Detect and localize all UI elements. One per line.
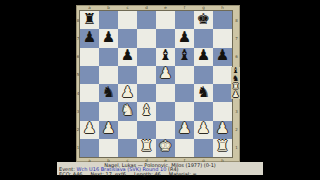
square-f7: ♟ [175, 29, 194, 47]
square-g5 [194, 66, 213, 84]
square-e6: ♝ [156, 48, 175, 66]
square-d6 [137, 48, 156, 66]
square-e1: ♚ [156, 139, 175, 157]
black-pawn: ♟ [178, 30, 191, 45]
square-b3 [99, 102, 118, 120]
square-c4: ♟ [118, 84, 137, 102]
white-pawn: ♟ [83, 121, 96, 136]
black-pawn: ♟ [102, 30, 115, 45]
rank-label-8: 8 [233, 11, 240, 29]
square-f4 [175, 84, 194, 102]
stat-next: Next: 17. exf6 [91, 172, 126, 176]
board-frame: abcdefgh 87654321 87654321 ♜♚♟♟♟♟♝♝♟♟♟♞♟… [76, 5, 240, 162]
square-d2 [137, 121, 156, 139]
square-d7 [137, 29, 156, 47]
square-d5 [137, 66, 156, 84]
square-b2: ♟ [99, 121, 118, 139]
square-h5 [213, 66, 232, 84]
black-king: ♚ [197, 12, 210, 27]
black-pawn: ♟ [121, 48, 134, 63]
white-pawn: ♟ [216, 121, 229, 136]
white-pawn: ♟ [121, 85, 134, 100]
square-a7: ♟ [80, 29, 99, 47]
white-knight: ♞ [121, 103, 134, 118]
square-e7 [156, 29, 175, 47]
square-a3 [80, 102, 99, 120]
square-h4 [213, 84, 232, 102]
stats-line: ECO: A46Next: 17. exf6Length: 46Material… [57, 172, 263, 176]
square-a5 [80, 66, 99, 84]
square-a6 [80, 48, 99, 66]
square-c3: ♞ [118, 102, 137, 120]
white-pawn: ♟ [102, 121, 115, 136]
square-e2 [156, 121, 175, 139]
white-rook: ♜ [140, 139, 153, 154]
square-f6: ♝ [175, 48, 194, 66]
square-g4: ♞ [194, 84, 213, 102]
rank-label-6: 6 [233, 48, 240, 66]
square-b1 [99, 139, 118, 157]
square-e8 [156, 11, 175, 29]
stat-eco: ECO: A46 [59, 172, 83, 176]
white-pawn-icon: ♟ [232, 91, 239, 99]
material-tray: ♝♞♜♟ [231, 67, 240, 99]
black-bishop: ♝ [159, 48, 172, 63]
black-pawn: ♟ [197, 48, 210, 63]
square-a2: ♟ [80, 121, 99, 139]
square-d3: ♝ [137, 102, 156, 120]
square-c6: ♟ [118, 48, 137, 66]
square-g7 [194, 29, 213, 47]
square-c7 [118, 29, 137, 47]
square-h3 [213, 102, 232, 120]
square-g2: ♟ [194, 121, 213, 139]
square-e3 [156, 102, 175, 120]
white-rook: ♜ [216, 139, 229, 154]
stat-length: Length: 46 [134, 172, 161, 176]
white-pawn: ♟ [197, 121, 210, 136]
rank-label-1: 1 [233, 139, 240, 157]
square-f2: ♟ [175, 121, 194, 139]
square-c2 [118, 121, 137, 139]
square-c1 [118, 139, 137, 157]
square-f8 [175, 11, 194, 29]
square-d8 [137, 11, 156, 29]
square-b5 [99, 66, 118, 84]
square-g1 [194, 139, 213, 157]
square-g6: ♟ [194, 48, 213, 66]
square-b4: ♞ [99, 84, 118, 102]
square-f3 [175, 102, 194, 120]
square-c8 [118, 11, 137, 29]
square-h8 [213, 11, 232, 29]
square-b8 [99, 11, 118, 29]
black-bishop: ♝ [178, 48, 191, 63]
square-h1: ♜ [213, 139, 232, 157]
square-a8: ♜ [80, 11, 99, 29]
black-knight: ♞ [102, 85, 115, 100]
chess-board: ♜♚♟♟♟♟♝♝♟♟♟♞♟♞♞♝♟♟♟♟♟♜♚♜ [80, 11, 232, 157]
rank-label-7: 7 [233, 29, 240, 47]
square-b6 [99, 48, 118, 66]
white-king: ♚ [159, 139, 172, 154]
square-d1: ♜ [137, 139, 156, 157]
square-e4 [156, 84, 175, 102]
square-a4 [80, 84, 99, 102]
square-g8: ♚ [194, 11, 213, 29]
square-g3 [194, 102, 213, 120]
square-d4 [137, 84, 156, 102]
black-rook: ♜ [83, 12, 96, 27]
square-a1 [80, 139, 99, 157]
white-pawn: ♟ [178, 121, 191, 136]
video-frame: abcdefgh 87654321 87654321 ♜♚♟♟♟♟♝♝♟♟♟♞♟… [0, 0, 320, 180]
square-f5 [175, 66, 194, 84]
black-pawn: ♟ [216, 48, 229, 63]
square-h6: ♟ [213, 48, 232, 66]
black-knight: ♞ [197, 85, 210, 100]
white-pawn: ♟ [159, 66, 172, 81]
rank-label-3: 3 [233, 102, 240, 120]
black-pawn: ♟ [83, 30, 96, 45]
white-bishop: ♝ [140, 103, 153, 118]
square-c5 [118, 66, 137, 84]
square-h7 [213, 29, 232, 47]
square-f1 [175, 139, 194, 157]
square-e5: ♟ [156, 66, 175, 84]
square-b7: ♟ [99, 29, 118, 47]
square-h2: ♟ [213, 121, 232, 139]
rank-label-2: 2 [233, 121, 240, 139]
game-info-bar: Nagel, Lukas — Polonovic, Milos (1977) (… [57, 162, 263, 175]
stat-material: Material: = [169, 172, 197, 176]
